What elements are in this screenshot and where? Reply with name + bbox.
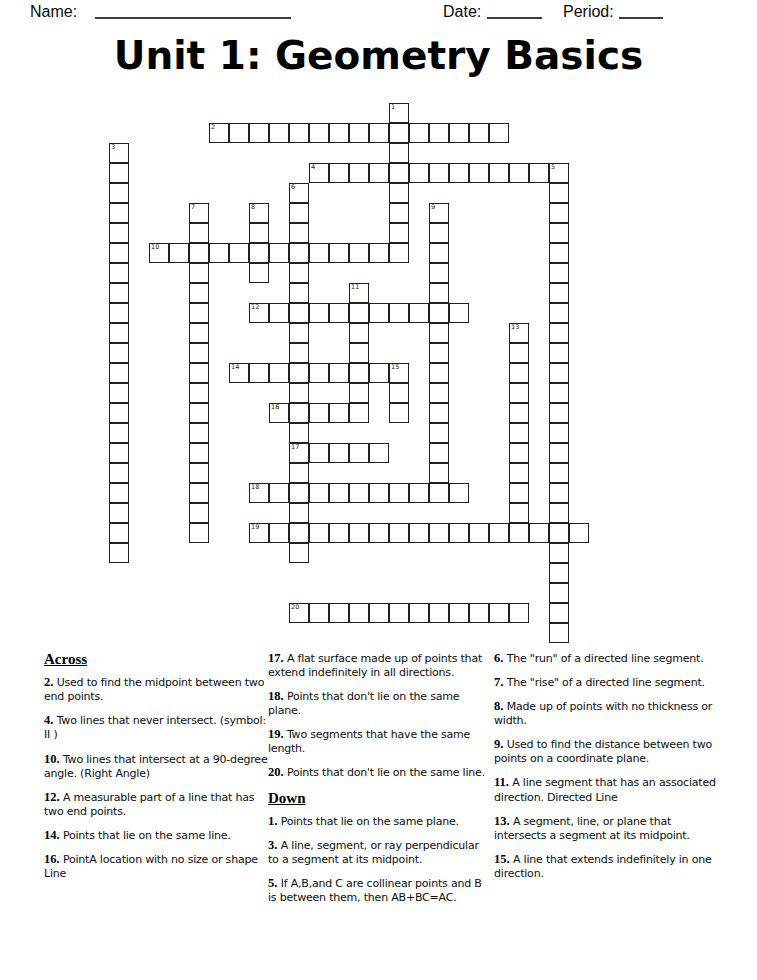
grid-cell-r16c20[interactable] xyxy=(509,423,529,443)
grid-cell-r25c16[interactable] xyxy=(429,603,449,623)
grid-cell-r3c11[interactable] xyxy=(329,163,349,183)
grid-cell-r21c21[interactable] xyxy=(529,523,549,543)
clue-number-6: 6 xyxy=(291,184,295,191)
clue-item-3: 3. A line, segment, or ray perpendicular… xyxy=(268,837,492,867)
grid-cell-r10c10[interactable] xyxy=(309,303,329,323)
grid-cell-r19c20[interactable] xyxy=(509,483,529,503)
grid-cell-r15c8[interactable]: 16 xyxy=(269,403,289,423)
clue-number-8: 8 xyxy=(251,204,255,211)
grid-cell-r8c4[interactable] xyxy=(189,263,209,283)
grid-cell-r13c20[interactable] xyxy=(509,363,529,383)
grid-cell-r3c15[interactable] xyxy=(409,163,429,183)
grid-cell-r13c13[interactable] xyxy=(369,363,389,383)
clue-item-number: 15. xyxy=(494,852,510,866)
grid-cell-r1c18[interactable] xyxy=(469,123,489,143)
clue-item-10: 10. Two lines that intersect at a 90-deg… xyxy=(44,751,268,781)
grid-cell-r3c21[interactable] xyxy=(529,163,549,183)
grid-cell-r21c11[interactable] xyxy=(329,523,349,543)
grid-cell-r21c17[interactable] xyxy=(449,523,469,543)
grid-cell-r3c0[interactable] xyxy=(109,163,129,183)
grid-cell-r17c16[interactable] xyxy=(429,443,449,463)
grid-cell-r5c4[interactable]: 7 xyxy=(189,203,209,223)
grid-cell-r21c22[interactable] xyxy=(549,523,569,543)
grid-cell-r17c9[interactable]: 17 xyxy=(289,443,309,463)
grid-cell-r22c22[interactable] xyxy=(549,543,569,563)
grid-cell-r16c4[interactable] xyxy=(189,423,209,443)
grid-cell-r19c17[interactable] xyxy=(449,483,469,503)
clue-number-2: 2 xyxy=(211,124,215,131)
grid-cell-r25c20[interactable] xyxy=(509,603,529,623)
grid-cell-r10c0[interactable] xyxy=(109,303,129,323)
grid-cell-r9c22[interactable] xyxy=(549,283,569,303)
grid-cell-r1c9[interactable] xyxy=(289,123,309,143)
grid-cell-r21c18[interactable] xyxy=(469,523,489,543)
grid-cell-r17c20[interactable] xyxy=(509,443,529,463)
grid-cell-r17c11[interactable] xyxy=(329,443,349,463)
grid-cell-r18c16[interactable] xyxy=(429,463,449,483)
grid-cell-r20c22[interactable] xyxy=(549,503,569,523)
grid-cell-r22c0[interactable] xyxy=(109,543,129,563)
clue-item-5: 5. If A,B,and C are collinear points and… xyxy=(268,875,492,905)
grid-cell-r15c14[interactable] xyxy=(389,403,409,423)
grid-cell-r12c9[interactable] xyxy=(289,343,309,363)
grid-cell-r25c18[interactable] xyxy=(469,603,489,623)
grid-cell-r19c4[interactable] xyxy=(189,483,209,503)
clue-number-14: 14 xyxy=(231,364,239,371)
grid-cell-r7c10[interactable] xyxy=(309,243,329,263)
grid-cell-r18c22[interactable] xyxy=(549,463,569,483)
grid-cell-r21c13[interactable] xyxy=(369,523,389,543)
grid-cell-r13c8[interactable] xyxy=(269,363,289,383)
grid-cell-r7c13[interactable] xyxy=(369,243,389,263)
grid-cell-r19c7[interactable]: 18 xyxy=(249,483,269,503)
clue-item-8: 8. Made up of points with no thickness o… xyxy=(494,698,718,728)
grid-cell-r3c12[interactable] xyxy=(349,163,369,183)
clue-number-13: 13 xyxy=(511,324,519,331)
grid-cell-r3c18[interactable] xyxy=(469,163,489,183)
grid-cell-r5c9[interactable] xyxy=(289,203,309,223)
grid-cell-r19c22[interactable] xyxy=(549,483,569,503)
grid-cell-r3c19[interactable] xyxy=(489,163,509,183)
grid-cell-r7c7[interactable] xyxy=(249,243,269,263)
clues-heading-down: Down xyxy=(268,789,492,808)
grid-cell-r13c16[interactable] xyxy=(429,363,449,383)
grid-cell-r19c15[interactable] xyxy=(409,483,429,503)
clue-number-15: 15 xyxy=(391,364,399,371)
grid-cell-r16c0[interactable] xyxy=(109,423,129,443)
grid-cell-r0c14[interactable]: 1 xyxy=(389,103,409,123)
grid-cell-r13c10[interactable] xyxy=(309,363,329,383)
grid-cell-r7c6[interactable] xyxy=(229,243,249,263)
grid-cell-r1c14[interactable] xyxy=(389,123,409,143)
grid-cell-r7c3[interactable] xyxy=(169,243,189,263)
clue-item-number: 9. xyxy=(494,737,503,751)
grid-cell-r17c22[interactable] xyxy=(549,443,569,463)
grid-cell-r21c19[interactable] xyxy=(489,523,509,543)
clue-number-10: 10 xyxy=(151,244,159,251)
grid-cell-r10c12[interactable] xyxy=(349,303,369,323)
clue-item-11: 11. A line segment that has an associate… xyxy=(494,774,718,804)
clue-number-20: 20 xyxy=(291,604,299,611)
name-label: Name: xyxy=(30,3,77,21)
grid-cell-r5c22[interactable] xyxy=(549,203,569,223)
clue-item-18: 18. Points that don't lie on the same pl… xyxy=(268,688,492,718)
grid-cell-r21c16[interactable] xyxy=(429,523,449,543)
grid-cell-r17c4[interactable] xyxy=(189,443,209,463)
grid-cell-r10c17[interactable] xyxy=(449,303,469,323)
grid-cell-r12c0[interactable] xyxy=(109,343,129,363)
grid-cell-r14c20[interactable] xyxy=(509,383,529,403)
grid-cell-r1c11[interactable] xyxy=(329,123,349,143)
grid-cell-r16c22[interactable] xyxy=(549,423,569,443)
grid-cell-r12c22[interactable] xyxy=(549,343,569,363)
clue-item-number: 13. xyxy=(494,814,510,828)
grid-cell-r16c9[interactable] xyxy=(289,423,309,443)
grid-cell-r9c12[interactable]: 11 xyxy=(349,283,369,303)
grid-cell-r11c0[interactable] xyxy=(109,323,129,343)
grid-cell-r21c15[interactable] xyxy=(409,523,429,543)
grid-cell-r21c9[interactable] xyxy=(289,523,309,543)
grid-cell-r5c16[interactable]: 9 xyxy=(429,203,449,223)
grid-cell-r1c16[interactable] xyxy=(429,123,449,143)
grid-cell-r7c0[interactable] xyxy=(109,243,129,263)
grid-cell-r18c0[interactable] xyxy=(109,463,129,483)
grid-cell-r8c22[interactable] xyxy=(549,263,569,283)
grid-cell-r6c9[interactable] xyxy=(289,223,309,243)
grid-cell-r25c11[interactable] xyxy=(329,603,349,623)
grid-cell-r1c5[interactable]: 2 xyxy=(209,123,229,143)
grid-cell-r21c0[interactable] xyxy=(109,523,129,543)
clue-item-20: 20. Points that don't lie on the same li… xyxy=(268,764,492,780)
grid-cell-r19c13[interactable] xyxy=(369,483,389,503)
clue-number-12: 12 xyxy=(251,304,259,311)
grid-cell-r7c2[interactable]: 10 xyxy=(149,243,169,263)
grid-cell-r11c22[interactable] xyxy=(549,323,569,343)
grid-cell-r15c0[interactable] xyxy=(109,403,129,423)
grid-cell-r7c12[interactable] xyxy=(349,243,369,263)
grid-cell-r18c4[interactable] xyxy=(189,463,209,483)
clue-item-15: 15. A line that extends indefinitely in … xyxy=(494,851,718,881)
grid-cell-r10c4[interactable] xyxy=(189,303,209,323)
clue-item-12: 12. A measurable part of a line that has… xyxy=(44,789,268,819)
crossword-grid: 1234567891011121314151617181920 xyxy=(109,103,589,643)
grid-cell-r2c0[interactable]: 3 xyxy=(109,143,129,163)
grid-cell-r4c0[interactable] xyxy=(109,183,129,203)
grid-cell-r13c4[interactable] xyxy=(189,363,209,383)
clue-item-19: 19. Two segments that have the same leng… xyxy=(268,726,492,756)
grid-cell-r9c4[interactable] xyxy=(189,283,209,303)
grid-cell-r19c12[interactable] xyxy=(349,483,369,503)
grid-cell-r6c16[interactable] xyxy=(429,223,449,243)
grid-cell-r10c11[interactable] xyxy=(329,303,349,323)
clue-number-4: 4 xyxy=(311,164,315,171)
grid-cell-r19c10[interactable] xyxy=(309,483,329,503)
clue-item-number: 20. xyxy=(268,765,284,779)
clue-item-number: 12. xyxy=(44,790,60,804)
grid-cell-r25c19[interactable] xyxy=(489,603,509,623)
grid-cell-r5c0[interactable] xyxy=(109,203,129,223)
clue-item-2: 2. Used to find the midpoint between two… xyxy=(44,674,268,704)
grid-cell-r7c22[interactable] xyxy=(549,243,569,263)
grid-cell-r11c20[interactable]: 13 xyxy=(509,323,529,343)
grid-cell-r7c8[interactable] xyxy=(269,243,289,263)
grid-cell-r10c14[interactable] xyxy=(389,303,409,323)
grid-cell-r4c14[interactable] xyxy=(389,183,409,203)
grid-cell-r17c0[interactable] xyxy=(109,443,129,463)
period-blank-field[interactable] xyxy=(619,3,663,19)
grid-cell-r24c22[interactable] xyxy=(549,583,569,603)
grid-cell-r25c22[interactable] xyxy=(549,603,569,623)
grid-cell-r21c23[interactable] xyxy=(569,523,589,543)
grid-cell-r3c13[interactable] xyxy=(369,163,389,183)
grid-cell-r13c12[interactable] xyxy=(349,363,369,383)
grid-cell-r6c22[interactable] xyxy=(549,223,569,243)
grid-cell-r14c14[interactable] xyxy=(389,383,409,403)
grid-cell-r25c12[interactable] xyxy=(349,603,369,623)
grid-cell-r15c12[interactable] xyxy=(349,403,369,423)
grid-cell-r11c4[interactable] xyxy=(189,323,209,343)
grid-cell-r22c9[interactable] xyxy=(289,543,309,563)
grid-cell-r10c22[interactable] xyxy=(549,303,569,323)
clue-item-number: 7. xyxy=(494,675,503,689)
clue-item-13: 13. A segment, line, or plane that inter… xyxy=(494,813,718,843)
grid-cell-r7c5[interactable] xyxy=(209,243,229,263)
grid-cell-r21c4[interactable] xyxy=(189,523,209,543)
grid-cell-r1c8[interactable] xyxy=(269,123,289,143)
clue-item-14: 14. Points that lie on the same line. xyxy=(44,827,268,843)
grid-cell-r3c10[interactable]: 4 xyxy=(309,163,329,183)
clue-number-17: 17 xyxy=(291,444,299,451)
grid-cell-r25c10[interactable] xyxy=(309,603,329,623)
grid-cell-r6c0[interactable] xyxy=(109,223,129,243)
grid-cell-r10c9[interactable] xyxy=(289,303,309,323)
clue-item-9: 9. Used to find the distance between two… xyxy=(494,736,718,766)
grid-cell-r21c12[interactable] xyxy=(349,523,369,543)
grid-cell-r6c7[interactable] xyxy=(249,223,269,243)
clue-item-number: 19. xyxy=(268,727,284,741)
grid-cell-r13c6[interactable]: 14 xyxy=(229,363,249,383)
grid-cell-r13c7[interactable] xyxy=(249,363,269,383)
grid-cell-r7c4[interactable] xyxy=(189,243,209,263)
grid-cell-r7c9[interactable] xyxy=(289,243,309,263)
grid-cell-r7c16[interactable] xyxy=(429,243,449,263)
grid-cell-r1c13[interactable] xyxy=(369,123,389,143)
grid-cell-r17c10[interactable] xyxy=(309,443,329,463)
clue-item-number: 1. xyxy=(268,814,277,828)
grid-cell-r7c11[interactable] xyxy=(329,243,349,263)
grid-cell-r3c17[interactable] xyxy=(449,163,469,183)
grid-cell-r8c9[interactable] xyxy=(289,263,309,283)
grid-cell-r6c4[interactable] xyxy=(189,223,209,243)
grid-cell-r3c20[interactable] xyxy=(509,163,529,183)
grid-cell-r10c15[interactable] xyxy=(409,303,429,323)
grid-cell-r14c22[interactable] xyxy=(549,383,569,403)
grid-cell-r11c12[interactable] xyxy=(349,323,369,343)
grid-cell-r19c16[interactable] xyxy=(429,483,449,503)
grid-cell-r5c7[interactable]: 8 xyxy=(249,203,269,223)
clue-number-5: 5 xyxy=(551,164,555,171)
grid-cell-r20c4[interactable] xyxy=(189,503,209,523)
grid-cell-r18c9[interactable] xyxy=(289,463,309,483)
grid-cell-r15c10[interactable] xyxy=(309,403,329,423)
grid-cell-r15c22[interactable] xyxy=(549,403,569,423)
clue-number-9: 9 xyxy=(431,204,435,211)
grid-cell-r8c16[interactable] xyxy=(429,263,449,283)
grid-cell-r21c14[interactable] xyxy=(389,523,409,543)
grid-cell-r20c20[interactable] xyxy=(509,503,529,523)
clue-item-number: 6. xyxy=(494,651,503,665)
grid-cell-r20c0[interactable] xyxy=(109,503,129,523)
grid-cell-r19c0[interactable] xyxy=(109,483,129,503)
grid-cell-r25c13[interactable] xyxy=(369,603,389,623)
grid-cell-r17c13[interactable] xyxy=(369,443,389,463)
grid-cell-r1c6[interactable] xyxy=(229,123,249,143)
grid-cell-r19c8[interactable] xyxy=(269,483,289,503)
clue-column-3: 6. The "run" of a directed line segment.… xyxy=(494,650,718,889)
grid-cell-r10c16[interactable] xyxy=(429,303,449,323)
clue-item-7: 7. The "rise" of a directed line segment… xyxy=(494,674,718,690)
grid-cell-r13c22[interactable] xyxy=(549,363,569,383)
clue-number-1: 1 xyxy=(391,104,395,111)
period-label: Period: xyxy=(563,3,614,21)
clue-number-11: 11 xyxy=(351,284,359,291)
grid-cell-r12c16[interactable] xyxy=(429,343,449,363)
grid-cell-r3c22[interactable]: 5 xyxy=(549,163,569,183)
grid-cell-r5c14[interactable] xyxy=(389,203,409,223)
grid-cell-r10c7[interactable]: 12 xyxy=(249,303,269,323)
grid-cell-r21c20[interactable] xyxy=(509,523,529,543)
grid-cell-r21c10[interactable] xyxy=(309,523,329,543)
grid-cell-r9c9[interactable] xyxy=(289,283,309,303)
grid-cell-r14c0[interactable] xyxy=(109,383,129,403)
date-blank-field[interactable] xyxy=(487,3,542,19)
date-label: Date: xyxy=(443,3,481,21)
clue-item-number: 14. xyxy=(44,828,60,842)
grid-cell-r4c9[interactable]: 6 xyxy=(289,183,309,203)
clue-number-16: 16 xyxy=(271,404,279,411)
clues-heading-across: Across xyxy=(44,650,268,669)
grid-cell-r15c16[interactable] xyxy=(429,403,449,423)
grid-cell-r14c16[interactable] xyxy=(429,383,449,403)
grid-cell-r11c9[interactable] xyxy=(289,323,309,343)
worksheet-page: Name: Date: Period: Unit 1: Geometry Bas… xyxy=(0,0,757,980)
grid-cell-r18c20[interactable] xyxy=(509,463,529,483)
grid-cell-r3c16[interactable] xyxy=(429,163,449,183)
grid-cell-r4c22[interactable] xyxy=(549,183,569,203)
grid-cell-r15c9[interactable] xyxy=(289,403,309,423)
grid-cell-r26c22[interactable] xyxy=(549,623,569,643)
grid-cell-r1c7[interactable] xyxy=(249,123,269,143)
clue-item-number: 17. xyxy=(268,651,284,665)
grid-cell-r14c12[interactable] xyxy=(349,383,369,403)
clue-column-2: 17. A flat surface made up of points tha… xyxy=(268,650,492,913)
grid-cell-r20c9[interactable] xyxy=(289,503,309,523)
grid-cell-r1c12[interactable] xyxy=(349,123,369,143)
clue-column-1: Across2. Used to find the midpoint betwe… xyxy=(44,650,268,889)
grid-cell-r12c4[interactable] xyxy=(189,343,209,363)
grid-cell-r13c14[interactable]: 15 xyxy=(389,363,409,383)
grid-cell-r7c14[interactable] xyxy=(389,243,409,263)
clue-item-number: 11. xyxy=(494,775,509,789)
grid-cell-r1c10[interactable] xyxy=(309,123,329,143)
grid-cell-r8c7[interactable] xyxy=(249,263,269,283)
grid-cell-r9c0[interactable] xyxy=(109,283,129,303)
grid-cell-r17c12[interactable] xyxy=(349,443,369,463)
clue-item-number: 10. xyxy=(44,752,60,766)
grid-cell-r15c4[interactable] xyxy=(189,403,209,423)
grid-cell-r13c11[interactable] xyxy=(329,363,349,383)
grid-cell-r2c14[interactable] xyxy=(389,143,409,163)
clue-item-number: 4. xyxy=(44,713,53,727)
clue-number-7: 7 xyxy=(191,204,195,211)
clue-number-3: 3 xyxy=(111,144,115,151)
grid-cell-r11c16[interactable] xyxy=(429,323,449,343)
grid-cell-r19c9[interactable] xyxy=(289,483,309,503)
grid-cell-r1c15[interactable] xyxy=(409,123,429,143)
grid-cell-r6c14[interactable] xyxy=(389,223,409,243)
grid-cell-r15c20[interactable] xyxy=(509,403,529,423)
grid-cell-r19c14[interactable] xyxy=(389,483,409,503)
clue-item-number: 8. xyxy=(494,699,503,713)
clue-item-number: 2. xyxy=(44,675,53,689)
grid-cell-r13c0[interactable] xyxy=(109,363,129,383)
grid-cell-r12c20[interactable] xyxy=(509,343,529,363)
clue-item-number: 16. xyxy=(44,852,60,866)
clue-item-number: 18. xyxy=(268,689,284,703)
grid-cell-r25c9[interactable]: 20 xyxy=(289,603,309,623)
grid-cell-r12c12[interactable] xyxy=(349,343,369,363)
grid-cell-r3c14[interactable] xyxy=(389,163,409,183)
grid-cell-r19c11[interactable] xyxy=(329,483,349,503)
grid-cell-r23c22[interactable] xyxy=(549,563,569,583)
clue-item-number: 5. xyxy=(268,876,277,890)
grid-cell-r8c0[interactable] xyxy=(109,263,129,283)
grid-cell-r9c16[interactable] xyxy=(429,283,449,303)
grid-cell-r10c13[interactable] xyxy=(369,303,389,323)
clue-number-19: 19 xyxy=(251,524,259,531)
grid-cell-r25c17[interactable] xyxy=(449,603,469,623)
grid-cell-r10c8[interactable] xyxy=(269,303,289,323)
grid-cell-r25c15[interactable] xyxy=(409,603,429,623)
grid-cell-r13c9[interactable] xyxy=(289,363,309,383)
grid-cell-r16c16[interactable] xyxy=(429,423,449,443)
grid-cell-r1c17[interactable] xyxy=(449,123,469,143)
clue-number-18: 18 xyxy=(251,484,259,491)
grid-cell-r21c8[interactable] xyxy=(269,523,289,543)
grid-cell-r1c19[interactable] xyxy=(489,123,509,143)
grid-cell-r25c14[interactable] xyxy=(389,603,409,623)
clue-item-17: 17. A flat surface made up of points tha… xyxy=(268,650,492,680)
clue-item-1: 1. Points that lie on the same plane. xyxy=(268,813,492,829)
grid-cell-r21c7[interactable]: 19 xyxy=(249,523,269,543)
name-blank-field[interactable] xyxy=(95,3,291,19)
page-title: Unit 1: Geometry Basics xyxy=(0,33,757,78)
clue-item-16: 16. PointA location with no size or shap… xyxy=(44,851,268,881)
grid-cell-r15c11[interactable] xyxy=(329,403,349,423)
grid-cell-r14c4[interactable] xyxy=(189,383,209,403)
clue-item-4: 4. Two lines that never intersect. (symb… xyxy=(44,712,268,742)
grid-cell-r14c9[interactable] xyxy=(289,383,309,403)
clue-item-6: 6. The "run" of a directed line segment. xyxy=(494,650,718,666)
clue-item-number: 3. xyxy=(268,838,277,852)
